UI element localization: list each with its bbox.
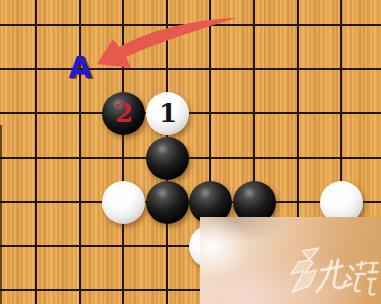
black-stone bbox=[146, 181, 189, 224]
move-number-label: 1 bbox=[159, 100, 177, 126]
grid-line-vertical-2 bbox=[122, 0, 124, 304]
grid-line-vertical-0 bbox=[35, 0, 37, 304]
move-number-label: 2 bbox=[115, 100, 133, 126]
black-stone bbox=[146, 137, 189, 180]
marker-a-label: A bbox=[68, 53, 91, 83]
watermark-blur-panel bbox=[200, 217, 381, 304]
jiuyou-watermark-logo bbox=[281, 246, 381, 302]
grid-line-left-edge bbox=[0, 125, 2, 304]
grid-line-vertical-1 bbox=[79, 0, 81, 304]
white-stone bbox=[102, 181, 145, 224]
grid-line-horizontal-3 bbox=[0, 157, 381, 159]
black-stone-move-2: 2 bbox=[102, 92, 145, 135]
white-stone-move-1: 1 bbox=[146, 92, 189, 135]
grid-line-horizontal-0 bbox=[0, 24, 381, 26]
go-board[interactable]: 21 A bbox=[0, 0, 381, 304]
grid-line-horizontal-1 bbox=[0, 68, 381, 70]
grid-line-horizontal-2 bbox=[0, 112, 381, 114]
